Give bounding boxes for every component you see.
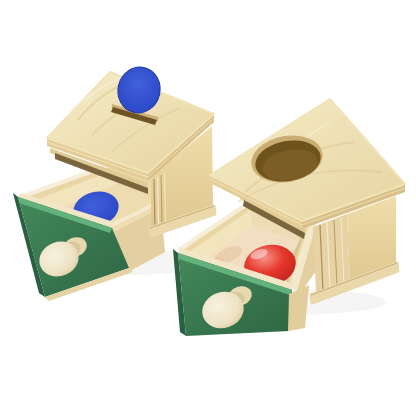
object-permanence-boxes-photo bbox=[0, 0, 416, 416]
product-photo bbox=[0, 0, 416, 416]
